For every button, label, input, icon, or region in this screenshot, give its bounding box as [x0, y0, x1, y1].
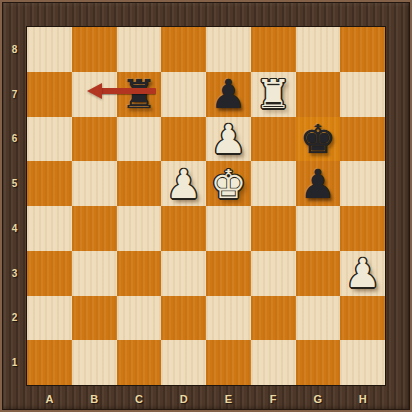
square-g2[interactable] — [296, 296, 341, 341]
file-label-f: F — [251, 385, 296, 412]
square-f4[interactable] — [251, 206, 296, 251]
square-g6[interactable]: ♚ — [296, 117, 341, 162]
square-c2[interactable] — [117, 296, 162, 341]
square-d8[interactable] — [161, 27, 206, 72]
square-e7[interactable]: ♟ — [206, 72, 251, 117]
rank-label-8: 8 — [2, 27, 27, 72]
square-b5[interactable] — [72, 161, 117, 206]
square-f6[interactable] — [251, 117, 296, 162]
square-f1[interactable] — [251, 340, 296, 385]
file-label-c: C — [117, 385, 162, 412]
square-h6[interactable] — [340, 117, 385, 162]
file-labels: ABCDEFGH — [27, 385, 385, 412]
square-b7[interactable] — [72, 72, 117, 117]
square-d4[interactable] — [161, 206, 206, 251]
rank-label-3: 3 — [2, 251, 27, 296]
square-c8[interactable] — [117, 27, 162, 72]
piece-white-king[interactable]: ♚ — [210, 164, 246, 204]
square-a1[interactable] — [27, 340, 72, 385]
square-d6[interactable] — [161, 117, 206, 162]
piece-black-rook[interactable]: ♜ — [121, 74, 157, 114]
piece-black-pawn[interactable]: ♟ — [300, 164, 336, 204]
square-a3[interactable] — [27, 251, 72, 296]
square-f2[interactable] — [251, 296, 296, 341]
file-label-g: G — [296, 385, 341, 412]
square-c6[interactable] — [117, 117, 162, 162]
square-a8[interactable] — [27, 27, 72, 72]
piece-white-rook[interactable]: ♜ — [255, 74, 291, 114]
square-b1[interactable] — [72, 340, 117, 385]
square-d1[interactable] — [161, 340, 206, 385]
chess-board-frame: ♜♟♜♟♚♟♚♟♟ 87654321 ABCDEFGH — [0, 0, 412, 412]
square-g7[interactable] — [296, 72, 341, 117]
square-h7[interactable] — [340, 72, 385, 117]
square-e6[interactable]: ♟ — [206, 117, 251, 162]
rank-label-6: 6 — [2, 117, 27, 162]
square-g1[interactable] — [296, 340, 341, 385]
square-b2[interactable] — [72, 296, 117, 341]
square-f8[interactable] — [251, 27, 296, 72]
rank-label-7: 7 — [2, 72, 27, 117]
square-g5[interactable]: ♟ — [296, 161, 341, 206]
square-d7[interactable] — [161, 72, 206, 117]
square-g3[interactable] — [296, 251, 341, 296]
piece-black-pawn[interactable]: ♟ — [210, 74, 246, 114]
piece-white-pawn[interactable]: ♟ — [345, 253, 381, 293]
file-label-e: E — [206, 385, 251, 412]
file-label-h: H — [340, 385, 385, 412]
square-d3[interactable] — [161, 251, 206, 296]
square-e1[interactable] — [206, 340, 251, 385]
rank-labels: 87654321 — [2, 27, 27, 385]
file-label-b: B — [72, 385, 117, 412]
square-a7[interactable] — [27, 72, 72, 117]
rank-label-2: 2 — [2, 296, 27, 341]
square-c5[interactable] — [117, 161, 162, 206]
square-c1[interactable] — [117, 340, 162, 385]
square-h8[interactable] — [340, 27, 385, 72]
square-h2[interactable] — [340, 296, 385, 341]
square-a6[interactable] — [27, 117, 72, 162]
square-b4[interactable] — [72, 206, 117, 251]
square-a4[interactable] — [27, 206, 72, 251]
rank-label-4: 4 — [2, 206, 27, 251]
square-f5[interactable] — [251, 161, 296, 206]
square-d2[interactable] — [161, 296, 206, 341]
square-e8[interactable] — [206, 27, 251, 72]
square-f3[interactable] — [251, 251, 296, 296]
square-e4[interactable] — [206, 206, 251, 251]
piece-white-pawn[interactable]: ♟ — [210, 119, 246, 159]
rank-label-1: 1 — [2, 340, 27, 385]
square-h3[interactable]: ♟ — [340, 251, 385, 296]
file-label-a: A — [27, 385, 72, 412]
square-g8[interactable] — [296, 27, 341, 72]
square-g4[interactable] — [296, 206, 341, 251]
file-label-d: D — [161, 385, 206, 412]
piece-white-pawn[interactable]: ♟ — [166, 164, 202, 204]
square-b8[interactable] — [72, 27, 117, 72]
square-d5[interactable]: ♟ — [161, 161, 206, 206]
square-c7[interactable]: ♜ — [117, 72, 162, 117]
square-h5[interactable] — [340, 161, 385, 206]
rank-label-5: 5 — [2, 161, 27, 206]
square-b3[interactable] — [72, 251, 117, 296]
piece-black-king[interactable]: ♚ — [300, 119, 336, 159]
square-e3[interactable] — [206, 251, 251, 296]
square-e2[interactable] — [206, 296, 251, 341]
square-b6[interactable] — [72, 117, 117, 162]
square-f7[interactable]: ♜ — [251, 72, 296, 117]
square-c4[interactable] — [117, 206, 162, 251]
chess-board: ♜♟♜♟♚♟♚♟♟ — [27, 27, 385, 385]
square-e5[interactable]: ♚ — [206, 161, 251, 206]
square-h4[interactable] — [340, 206, 385, 251]
square-a5[interactable] — [27, 161, 72, 206]
square-a2[interactable] — [27, 296, 72, 341]
square-c3[interactable] — [117, 251, 162, 296]
square-h1[interactable] — [340, 340, 385, 385]
